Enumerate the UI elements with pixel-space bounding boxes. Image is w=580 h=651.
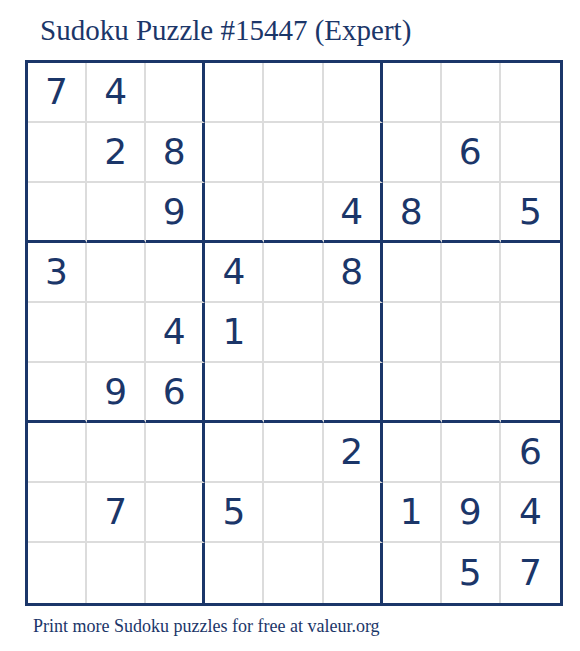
cell-r8c4: 5 <box>205 483 264 543</box>
cell-r6c4[interactable] <box>205 363 264 423</box>
cell-r1c1: 7 <box>28 63 87 123</box>
cell-r2c8: 6 <box>442 123 501 183</box>
footer-text: Print more Sudoku puzzles for free at va… <box>33 616 380 637</box>
cell-r7c5[interactable] <box>264 423 323 483</box>
cell-r8c6[interactable] <box>324 483 383 543</box>
cell-r4c9[interactable] <box>501 243 560 303</box>
cell-r5c4: 1 <box>205 303 264 363</box>
cell-r9c8: 5 <box>442 543 501 603</box>
cell-r7c9: 6 <box>501 423 560 483</box>
cell-r6c7[interactable] <box>383 363 442 423</box>
cell-r3c1[interactable] <box>28 183 87 243</box>
cell-r6c3: 6 <box>146 363 205 423</box>
cell-r8c8: 9 <box>442 483 501 543</box>
cell-r1c5[interactable] <box>264 63 323 123</box>
cell-r6c2: 9 <box>87 363 146 423</box>
cell-r4c2[interactable] <box>87 243 146 303</box>
cell-r9c5[interactable] <box>264 543 323 603</box>
page-title: Sudoku Puzzle #15447 (Expert) <box>40 14 411 47</box>
cell-r3c6: 4 <box>324 183 383 243</box>
cell-r3c2[interactable] <box>87 183 146 243</box>
cell-r6c1[interactable] <box>28 363 87 423</box>
cell-r2c7[interactable] <box>383 123 442 183</box>
cell-r8c2: 7 <box>87 483 146 543</box>
cell-r8c7: 1 <box>383 483 442 543</box>
cell-r9c9: 7 <box>501 543 560 603</box>
cell-r4c4: 4 <box>205 243 264 303</box>
cell-r2c6[interactable] <box>324 123 383 183</box>
cell-r5c6[interactable] <box>324 303 383 363</box>
cell-r3c3: 9 <box>146 183 205 243</box>
cell-r1c9[interactable] <box>501 63 560 123</box>
cell-r3c7: 8 <box>383 183 442 243</box>
cell-r9c2[interactable] <box>87 543 146 603</box>
cell-r9c7[interactable] <box>383 543 442 603</box>
cell-r7c6: 2 <box>324 423 383 483</box>
cell-r4c1: 3 <box>28 243 87 303</box>
cell-r5c2[interactable] <box>87 303 146 363</box>
cell-r8c1[interactable] <box>28 483 87 543</box>
cell-r6c6[interactable] <box>324 363 383 423</box>
cell-r3c9: 5 <box>501 183 560 243</box>
cell-r7c7[interactable] <box>383 423 442 483</box>
cell-r5c8[interactable] <box>442 303 501 363</box>
cell-r1c7[interactable] <box>383 63 442 123</box>
cell-r4c3[interactable] <box>146 243 205 303</box>
cell-r2c3: 8 <box>146 123 205 183</box>
cell-r8c3[interactable] <box>146 483 205 543</box>
cell-r1c2: 4 <box>87 63 146 123</box>
cell-r7c4[interactable] <box>205 423 264 483</box>
cell-r8c9: 4 <box>501 483 560 543</box>
cell-r1c6[interactable] <box>324 63 383 123</box>
cell-r5c7[interactable] <box>383 303 442 363</box>
cell-r9c4[interactable] <box>205 543 264 603</box>
cell-r9c1[interactable] <box>28 543 87 603</box>
cell-r8c5[interactable] <box>264 483 323 543</box>
cell-r2c1[interactable] <box>28 123 87 183</box>
cell-r2c9[interactable] <box>501 123 560 183</box>
cell-r1c3[interactable] <box>146 63 205 123</box>
cell-r4c6: 8 <box>324 243 383 303</box>
cell-r2c4[interactable] <box>205 123 264 183</box>
cell-r1c8[interactable] <box>442 63 501 123</box>
cell-r4c8[interactable] <box>442 243 501 303</box>
cell-r6c9[interactable] <box>501 363 560 423</box>
cell-r2c2: 2 <box>87 123 146 183</box>
cell-r9c6[interactable] <box>324 543 383 603</box>
cell-r5c5[interactable] <box>264 303 323 363</box>
cell-r3c4[interactable] <box>205 183 264 243</box>
cell-r3c5[interactable] <box>264 183 323 243</box>
cell-r6c8[interactable] <box>442 363 501 423</box>
cell-r4c5[interactable] <box>264 243 323 303</box>
cell-r5c9[interactable] <box>501 303 560 363</box>
cell-r4c7[interactable] <box>383 243 442 303</box>
cell-r6c5[interactable] <box>264 363 323 423</box>
cell-r7c1[interactable] <box>28 423 87 483</box>
cell-r5c1[interactable] <box>28 303 87 363</box>
cell-r1c4[interactable] <box>205 63 264 123</box>
sudoku-board: 7428694853484196267519457 <box>25 60 563 606</box>
cell-r5c3: 4 <box>146 303 205 363</box>
cell-r7c2[interactable] <box>87 423 146 483</box>
cell-r9c3[interactable] <box>146 543 205 603</box>
cell-r3c8[interactable] <box>442 183 501 243</box>
cell-r7c8[interactable] <box>442 423 501 483</box>
cell-r7c3[interactable] <box>146 423 205 483</box>
cell-r2c5[interactable] <box>264 123 323 183</box>
